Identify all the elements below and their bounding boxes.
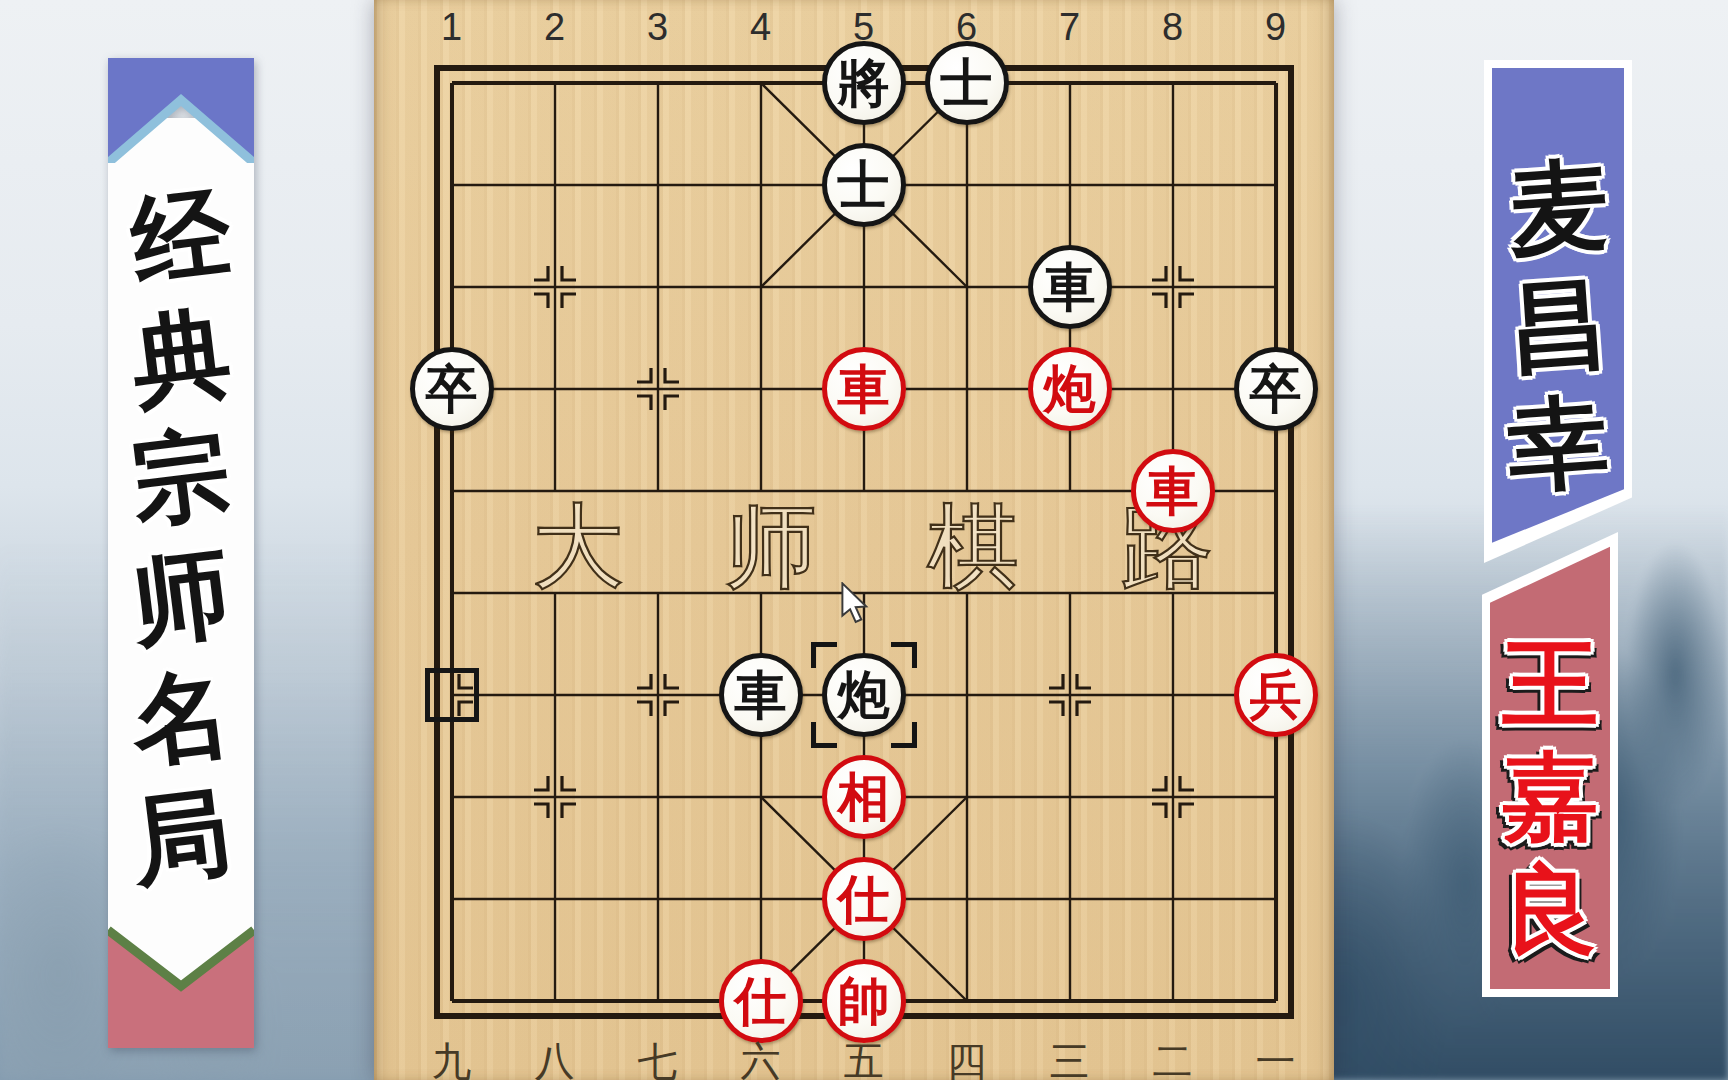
- piece-red-chariot[interactable]: 車: [1131, 449, 1215, 533]
- piece-black-advisor[interactable]: 士: [925, 41, 1009, 125]
- left-ribbon-text: 经 典 宗 师 名 局: [108, 58, 254, 897]
- piece-black-general[interactable]: 將: [822, 41, 906, 125]
- left-title-ribbon: 经 典 宗 师 名 局: [108, 58, 254, 1048]
- file-label: 9: [1224, 6, 1327, 49]
- piece-red-general[interactable]: 帥: [822, 959, 906, 1043]
- board-point[interactable]: [915, 542, 1018, 644]
- left-ribbon-char: 师: [125, 531, 237, 662]
- player-name-bottom: 王 嘉 良: [1482, 532, 1618, 966]
- piece-red-soldier[interactable]: 兵: [1234, 653, 1318, 737]
- board-point[interactable]: [915, 236, 1018, 338]
- board-point[interactable]: [1018, 134, 1121, 236]
- file-label: 1: [400, 6, 503, 49]
- board-point[interactable]: [709, 134, 812, 236]
- board-point[interactable]: [709, 338, 812, 440]
- file-label: 8: [1121, 6, 1224, 49]
- board-point[interactable]: [1018, 542, 1121, 644]
- file-labels-bottom: 九 八 七 六 五 四 三 二 一: [400, 1034, 1327, 1080]
- player-name-char: 麦: [1504, 145, 1612, 270]
- piece-red-chariot[interactable]: 車: [822, 347, 906, 431]
- board-point[interactable]: [709, 542, 812, 644]
- left-ribbon-char: 宗: [125, 411, 237, 542]
- board-point[interactable]: [812, 236, 915, 338]
- board-point[interactable]: [1121, 746, 1224, 848]
- piece-red-elephant[interactable]: 相: [822, 755, 906, 839]
- file-label: 四: [915, 1034, 1018, 1080]
- board-point[interactable]: [915, 440, 1018, 542]
- file-label: 六: [709, 1034, 812, 1080]
- left-ribbon-char: 局: [125, 771, 237, 902]
- board-point[interactable]: [503, 134, 606, 236]
- xiangqi-board: 1 2 3 4 5 6 7 8 9 大 师 棋 路 將士士車卒車炮卒車車炮兵相仕…: [374, 0, 1334, 1080]
- file-labels-top: 1 2 3 4 5 6 7 8 9: [400, 6, 1327, 49]
- board-point[interactable]: [606, 746, 709, 848]
- left-ribbon-bottom-cap: [108, 918, 254, 1048]
- player-name-char: 昌: [1504, 263, 1612, 388]
- move-source-marker: [425, 668, 479, 722]
- board-point-grid: 將士士車卒車炮卒車車炮兵相仕仕帥: [400, 32, 1327, 1052]
- board-point[interactable]: [503, 236, 606, 338]
- piece-black-soldier[interactable]: 卒: [1234, 347, 1318, 431]
- board-point[interactable]: [606, 440, 709, 542]
- board-point[interactable]: [915, 848, 1018, 950]
- board-point[interactable]: [400, 746, 503, 848]
- board-point[interactable]: [915, 134, 1018, 236]
- board-point[interactable]: [1121, 134, 1224, 236]
- player-name-top: 麦 昌 幸: [1484, 60, 1632, 502]
- board-point[interactable]: [1121, 236, 1224, 338]
- piece-black-advisor[interactable]: 士: [822, 143, 906, 227]
- board-point[interactable]: [1224, 848, 1327, 950]
- board-point[interactable]: [915, 338, 1018, 440]
- board-point[interactable]: [503, 440, 606, 542]
- board-point[interactable]: [400, 848, 503, 950]
- board-point[interactable]: [1224, 542, 1327, 644]
- board-point[interactable]: [709, 848, 812, 950]
- mouse-cursor: [840, 582, 870, 628]
- piece-black-cannon[interactable]: 炮: [822, 653, 906, 737]
- board-point[interactable]: [503, 338, 606, 440]
- player-banner-top: 麦 昌 幸: [1484, 60, 1632, 563]
- file-label: 6: [915, 6, 1018, 49]
- piece-red-cannon[interactable]: 炮: [1028, 347, 1112, 431]
- player-banner-bottom: 王 嘉 良: [1482, 532, 1618, 997]
- file-label: 4: [709, 6, 812, 49]
- board-point[interactable]: [606, 644, 709, 746]
- board-point[interactable]: [1018, 644, 1121, 746]
- board-point[interactable]: [1018, 746, 1121, 848]
- player-name-char: 王: [1502, 627, 1598, 740]
- board-point[interactable]: [606, 134, 709, 236]
- file-label: 七: [606, 1034, 709, 1080]
- board-point[interactable]: [1018, 440, 1121, 542]
- file-label: 一: [1224, 1034, 1327, 1080]
- file-label: 5: [812, 6, 915, 49]
- board-point[interactable]: [503, 848, 606, 950]
- board-point[interactable]: [503, 746, 606, 848]
- board-point[interactable]: [606, 542, 709, 644]
- file-label: 二: [1121, 1034, 1224, 1080]
- board-point[interactable]: [400, 236, 503, 338]
- board-point[interactable]: [1121, 338, 1224, 440]
- board-point[interactable]: [503, 542, 606, 644]
- file-label: 3: [606, 6, 709, 49]
- board-point[interactable]: [1224, 236, 1327, 338]
- left-ribbon-char: 典: [125, 291, 237, 422]
- piece-black-soldier[interactable]: 卒: [410, 347, 494, 431]
- board-point[interactable]: [1121, 542, 1224, 644]
- board-point[interactable]: [606, 338, 709, 440]
- player-name-char: 幸: [1504, 381, 1612, 506]
- board-point[interactable]: [1224, 134, 1327, 236]
- board-point[interactable]: [400, 440, 503, 542]
- left-ribbon-char: 经: [125, 171, 237, 302]
- file-label: 7: [1018, 6, 1121, 49]
- left-ribbon-char: 名: [125, 651, 237, 782]
- player-name-char: 嘉: [1502, 740, 1598, 853]
- board-point[interactable]: [812, 440, 915, 542]
- board-point[interactable]: [503, 644, 606, 746]
- piece-black-chariot[interactable]: 車: [719, 653, 803, 737]
- board-point[interactable]: [709, 440, 812, 542]
- board-point[interactable]: [606, 848, 709, 950]
- file-label: 八: [503, 1034, 606, 1080]
- file-label: 九: [400, 1034, 503, 1080]
- piece-red-advisor[interactable]: 仕: [822, 857, 906, 941]
- file-label: 五: [812, 1034, 915, 1080]
- file-label: 2: [503, 6, 606, 49]
- board-point[interactable]: [915, 644, 1018, 746]
- board-point[interactable]: [1018, 848, 1121, 950]
- board-point[interactable]: [1224, 440, 1327, 542]
- board-point[interactable]: [400, 542, 503, 644]
- piece-black-chariot[interactable]: 車: [1028, 245, 1112, 329]
- board-point[interactable]: [915, 746, 1018, 848]
- file-label: 三: [1018, 1034, 1121, 1080]
- board-point[interactable]: [400, 134, 503, 236]
- board-point[interactable]: [606, 236, 709, 338]
- board-point[interactable]: [1224, 746, 1327, 848]
- player-name-char: 良: [1502, 853, 1598, 966]
- board-point[interactable]: [709, 236, 812, 338]
- board-point[interactable]: [1121, 848, 1224, 950]
- board-point[interactable]: [1121, 644, 1224, 746]
- board-point[interactable]: [709, 746, 812, 848]
- piece-red-advisor[interactable]: 仕: [719, 959, 803, 1043]
